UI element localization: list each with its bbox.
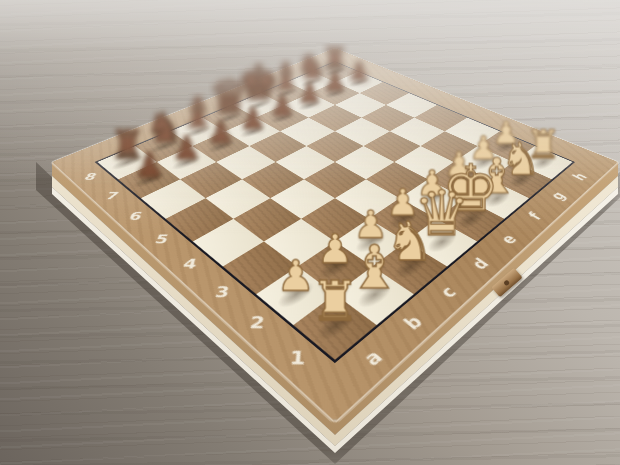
black-pawn-glyph: ♟ xyxy=(134,148,164,181)
white-pawn-glyph: ♟ xyxy=(277,254,315,296)
scene: 87654321 abcdefgh ♜♝♞♛♚♝♞♜♟♟♟♟♟♟♟♟♟♟♟♟♟♟… xyxy=(0,0,620,465)
black-pawn-glyph: ♟ xyxy=(207,117,235,148)
black-pawn-glyph: ♟ xyxy=(239,104,266,134)
black-pawn-glyph: ♟ xyxy=(172,132,201,164)
chessboard: 87654321 abcdefgh ♜♝♞♛♚♝♞♜♟♟♟♟♟♟♟♟♟♟♟♟♟♟… xyxy=(52,48,618,421)
black-pawn-glyph: ♟ xyxy=(347,58,370,84)
black-pawn-glyph: ♟ xyxy=(323,68,347,95)
white-rook-glyph: ♜ xyxy=(310,273,359,328)
black-pawn-glyph: ♟ xyxy=(297,79,322,106)
black-pawn-glyph: ♟ xyxy=(269,91,295,119)
